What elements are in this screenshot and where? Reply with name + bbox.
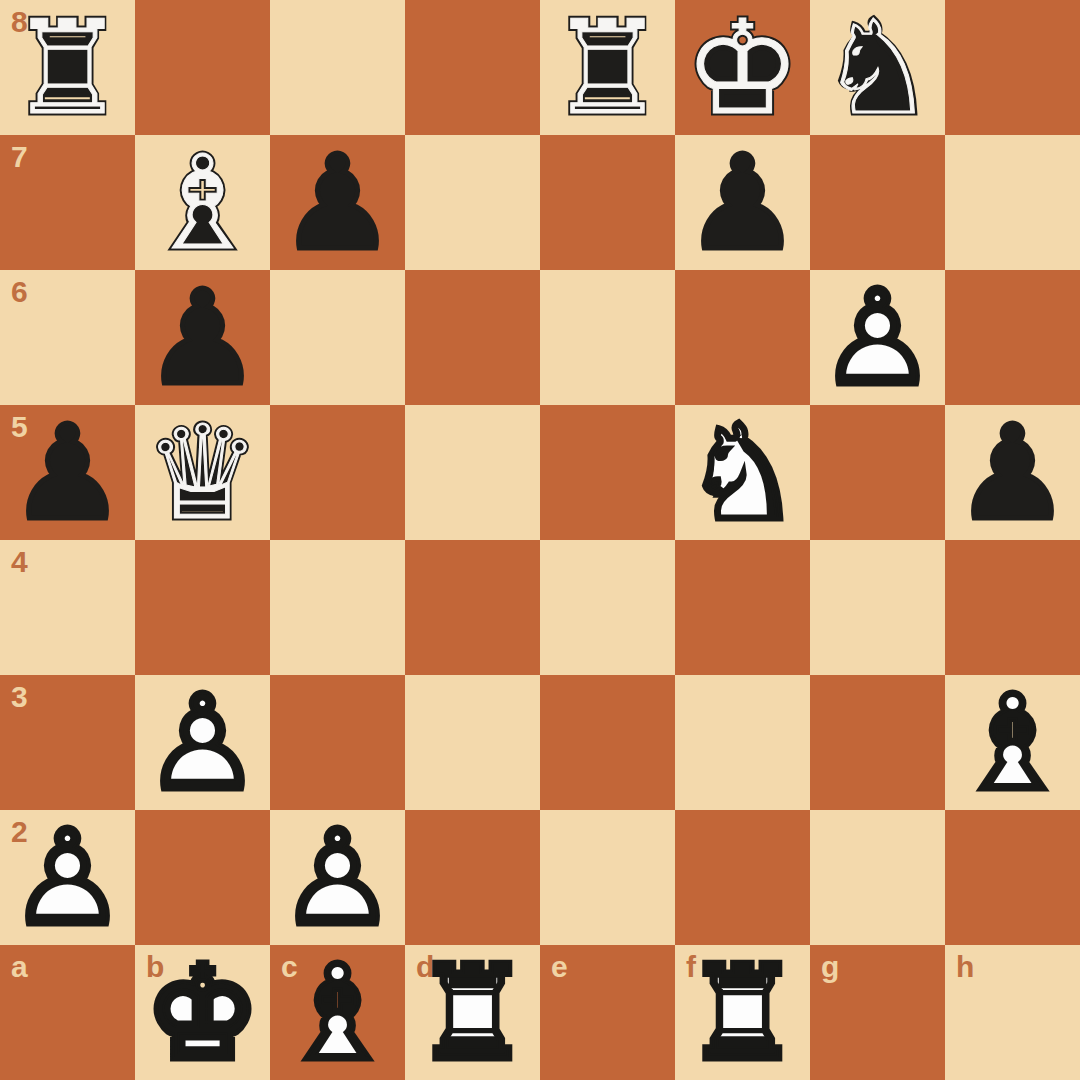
piece-black-rook-a8[interactable]: ♜♖ (0, 0, 135, 135)
square-h6[interactable] (945, 270, 1080, 405)
piece-black-pawn-a5[interactable]: ♟ (0, 405, 135, 540)
black-rook-detail-icon: ♖ (0, 0, 135, 135)
rank-label-3: 3 (11, 682, 28, 712)
square-d3[interactable] (405, 675, 540, 810)
square-f5[interactable]: ♞♘ (675, 405, 810, 540)
square-b1[interactable]: b♚♔ (135, 945, 270, 1080)
square-h4[interactable] (945, 540, 1080, 675)
square-g1[interactable]: g (810, 945, 945, 1080)
square-a2[interactable]: 2♟♙ (0, 810, 135, 945)
square-d7[interactable] (405, 135, 540, 270)
piece-black-rook-e8[interactable]: ♜♖ (540, 0, 675, 135)
square-f8[interactable]: ♚♔ (675, 0, 810, 135)
black-pawn-icon: ♟ (675, 135, 810, 270)
square-h7[interactable] (945, 135, 1080, 270)
piece-black-king-f8[interactable]: ♚♔ (675, 0, 810, 135)
square-d2[interactable] (405, 810, 540, 945)
square-c7[interactable]: ♟ (270, 135, 405, 270)
piece-white-pawn-a2[interactable]: ♟♙ (0, 810, 135, 945)
square-d8[interactable] (405, 0, 540, 135)
chess-app: 8♜♖♜♖♚♔♞♘7♝♗♟♟6♟♟♙5♟♛♕♞♘♟43♟♙♝♗2♟♙♟♙ab♚♔… (0, 0, 1080, 1080)
square-h1[interactable]: h (945, 945, 1080, 1080)
square-f4[interactable] (675, 540, 810, 675)
rank-label-7: 7 (11, 142, 28, 172)
square-f3[interactable] (675, 675, 810, 810)
square-c3[interactable] (270, 675, 405, 810)
black-king-detail-icon: ♔ (675, 0, 810, 135)
piece-white-pawn-g6[interactable]: ♟♙ (810, 270, 945, 405)
square-c8[interactable] (270, 0, 405, 135)
square-d1[interactable]: d♜♖ (405, 945, 540, 1080)
piece-white-bishop-h3[interactable]: ♝♗ (945, 675, 1080, 810)
square-h5[interactable]: ♟ (945, 405, 1080, 540)
square-c6[interactable] (270, 270, 405, 405)
square-a6[interactable]: 6 (0, 270, 135, 405)
white-rook-detail-icon: ♖ (405, 945, 540, 1080)
square-a4[interactable]: 4 (0, 540, 135, 675)
square-g3[interactable] (810, 675, 945, 810)
square-d5[interactable] (405, 405, 540, 540)
rank-label-6: 6 (11, 277, 28, 307)
square-g8[interactable]: ♞♘ (810, 0, 945, 135)
square-g2[interactable] (810, 810, 945, 945)
white-pawn-detail-icon: ♙ (135, 675, 270, 810)
black-pawn-icon: ♟ (270, 135, 405, 270)
square-f7[interactable]: ♟ (675, 135, 810, 270)
square-a3[interactable]: 3 (0, 675, 135, 810)
square-c4[interactable] (270, 540, 405, 675)
square-h2[interactable] (945, 810, 1080, 945)
square-a8[interactable]: 8♜♖ (0, 0, 135, 135)
chess-board: 8♜♖♜♖♚♔♞♘7♝♗♟♟6♟♟♙5♟♛♕♞♘♟43♟♙♝♗2♟♙♟♙ab♚♔… (0, 0, 1080, 1080)
file-label-e: e (551, 952, 568, 982)
black-pawn-icon: ♟ (135, 270, 270, 405)
square-e7[interactable] (540, 135, 675, 270)
black-rook-detail-icon: ♖ (540, 0, 675, 135)
white-pawn-detail-icon: ♙ (810, 270, 945, 405)
white-bishop-detail-icon: ♗ (945, 675, 1080, 810)
piece-white-pawn-c2[interactable]: ♟♙ (270, 810, 405, 945)
square-e1[interactable]: e (540, 945, 675, 1080)
square-f6[interactable] (675, 270, 810, 405)
piece-white-pawn-b3[interactable]: ♟♙ (135, 675, 270, 810)
black-knight-detail-icon: ♘ (810, 0, 945, 135)
square-d4[interactable] (405, 540, 540, 675)
square-e6[interactable] (540, 270, 675, 405)
piece-white-bishop-c1[interactable]: ♝♗ (270, 945, 405, 1080)
square-g6[interactable]: ♟♙ (810, 270, 945, 405)
white-knight-detail-icon: ♘ (675, 405, 810, 540)
square-b5[interactable]: ♛♕ (135, 405, 270, 540)
file-label-h: h (956, 952, 974, 982)
piece-black-pawn-h5[interactable]: ♟ (945, 405, 1080, 540)
square-a1[interactable]: a (0, 945, 135, 1080)
square-b8[interactable] (135, 0, 270, 135)
square-f1[interactable]: f♜♖ (675, 945, 810, 1080)
square-b4[interactable] (135, 540, 270, 675)
square-c2[interactable]: ♟♙ (270, 810, 405, 945)
square-b7[interactable]: ♝♗ (135, 135, 270, 270)
file-label-g: g (821, 952, 839, 982)
piece-black-pawn-c7[interactable]: ♟ (270, 135, 405, 270)
black-pawn-icon: ♟ (0, 405, 135, 540)
square-b6[interactable]: ♟ (135, 270, 270, 405)
white-king-detail-icon: ♔ (135, 945, 270, 1080)
white-pawn-detail-icon: ♙ (270, 810, 405, 945)
square-e8[interactable]: ♜♖ (540, 0, 675, 135)
square-h8[interactable] (945, 0, 1080, 135)
square-e5[interactable] (540, 405, 675, 540)
white-rook-detail-icon: ♖ (675, 945, 810, 1080)
square-h3[interactable]: ♝♗ (945, 675, 1080, 810)
square-b3[interactable]: ♟♙ (135, 675, 270, 810)
rank-label-4: 4 (11, 547, 28, 577)
square-g5[interactable] (810, 405, 945, 540)
piece-white-knight-f5[interactable]: ♞♘ (675, 405, 810, 540)
square-e3[interactable] (540, 675, 675, 810)
square-b2[interactable] (135, 810, 270, 945)
black-pawn-icon: ♟ (945, 405, 1080, 540)
square-g4[interactable] (810, 540, 945, 675)
square-c5[interactable] (270, 405, 405, 540)
square-a5[interactable]: 5♟ (0, 405, 135, 540)
square-a7[interactable]: 7 (0, 135, 135, 270)
white-bishop-detail-icon: ♗ (270, 945, 405, 1080)
piece-black-knight-g8[interactable]: ♞♘ (810, 0, 945, 135)
piece-black-pawn-f7[interactable]: ♟ (675, 135, 810, 270)
square-e2[interactable] (540, 810, 675, 945)
white-pawn-detail-icon: ♙ (0, 810, 135, 945)
piece-black-queen-b5[interactable]: ♛♕ (135, 405, 270, 540)
black-bishop-detail-icon: ♗ (135, 135, 270, 270)
piece-white-rook-d1[interactable]: ♜♖ (405, 945, 540, 1080)
black-queen-detail-icon: ♕ (135, 405, 270, 540)
piece-white-rook-f1[interactable]: ♜♖ (675, 945, 810, 1080)
square-f2[interactable] (675, 810, 810, 945)
piece-black-pawn-b6[interactable]: ♟ (135, 270, 270, 405)
square-g7[interactable] (810, 135, 945, 270)
square-d6[interactable] (405, 270, 540, 405)
piece-white-king-b1[interactable]: ♚♔ (135, 945, 270, 1080)
square-e4[interactable] (540, 540, 675, 675)
file-label-a: a (11, 952, 28, 982)
piece-black-bishop-b7[interactable]: ♝♗ (135, 135, 270, 270)
square-c1[interactable]: c♝♗ (270, 945, 405, 1080)
